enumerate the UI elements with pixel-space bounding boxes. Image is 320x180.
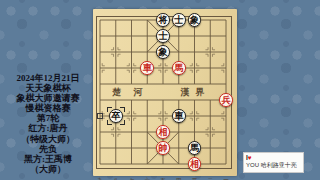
heart-icon: ♥ xyxy=(248,154,252,161)
piece-black-士[interactable]: 士 xyxy=(172,13,186,27)
file-label: 一 xyxy=(222,177,230,180)
event-info-line: （大师） xyxy=(0,164,96,174)
event-info-line: 先负 xyxy=(0,144,96,154)
piece-black-馬[interactable]: 馬 xyxy=(188,141,202,155)
piece-red-馬[interactable]: 馬 xyxy=(172,61,186,75)
xiangqi-board: 楚河 漢界 九八七六五四三二一 将士象士象車馬兵卒車相帥馬相 xyxy=(93,9,237,176)
event-info-line: 2024年12月21日 xyxy=(0,73,96,83)
file-label: 八 xyxy=(112,177,120,180)
event-info-line: 慢棋资格赛 xyxy=(0,103,96,113)
piece-black-象[interactable]: 象 xyxy=(156,45,170,59)
piece-red-相[interactable]: 相 xyxy=(188,157,202,171)
river-label-right: 漢界 xyxy=(181,86,211,98)
video-frame: 2024年12月21日天天象棋杯象棋大师邀请赛慢棋资格赛第7轮红方:唐丹（特级大… xyxy=(0,0,320,180)
event-info-line: （特级大师） xyxy=(0,134,96,144)
event-info-line: 象棋大师邀请赛 xyxy=(0,93,96,103)
watermark-box: I♥ YOU 哈利路亚十亮 xyxy=(243,152,304,173)
last-move-origin-marker xyxy=(97,113,104,120)
piece-black-象[interactable]: 象 xyxy=(188,13,202,27)
piece-red-相[interactable]: 相 xyxy=(156,125,170,139)
event-info-line: 红方:唐丹 xyxy=(0,123,96,133)
piece-black-車[interactable]: 車 xyxy=(172,109,186,123)
file-label: 三 xyxy=(191,177,199,180)
file-label: 四 xyxy=(175,177,183,180)
piece-black-士[interactable]: 士 xyxy=(156,29,170,43)
event-info-line: 黑方:王禹博 xyxy=(0,154,96,164)
event-info: 2024年12月21日天天象棋杯象棋大师邀请赛慢棋资格赛第7轮红方:唐丹（特级大… xyxy=(0,73,96,174)
file-labels: 九八七六五四三二一 xyxy=(100,177,226,180)
file-label: 七 xyxy=(128,177,136,180)
file-label: 二 xyxy=(206,177,214,180)
file-label: 九 xyxy=(96,177,104,180)
piece-red-車[interactable]: 車 xyxy=(140,61,154,75)
event-info-line: 第7轮 xyxy=(0,113,96,123)
watermark-line1: I♥ xyxy=(244,153,303,162)
piece-red-帥[interactable]: 帥 xyxy=(156,141,170,155)
piece-red-兵[interactable]: 兵 xyxy=(219,93,233,107)
file-label: 六 xyxy=(143,177,151,180)
piece-black-将[interactable]: 将 xyxy=(156,13,170,27)
board-grid: 楚河 漢界 九八七六五四三二一 将士象士象車馬兵卒車相帥馬相 xyxy=(100,20,226,164)
file-label: 五 xyxy=(159,177,167,180)
event-info-line: 天天象棋杯 xyxy=(0,83,96,93)
river-label-left: 楚河 xyxy=(113,86,155,98)
watermark-line2: YOU 哈利路亚十亮 xyxy=(244,162,303,169)
piece-black-卒[interactable]: 卒 xyxy=(109,109,123,123)
